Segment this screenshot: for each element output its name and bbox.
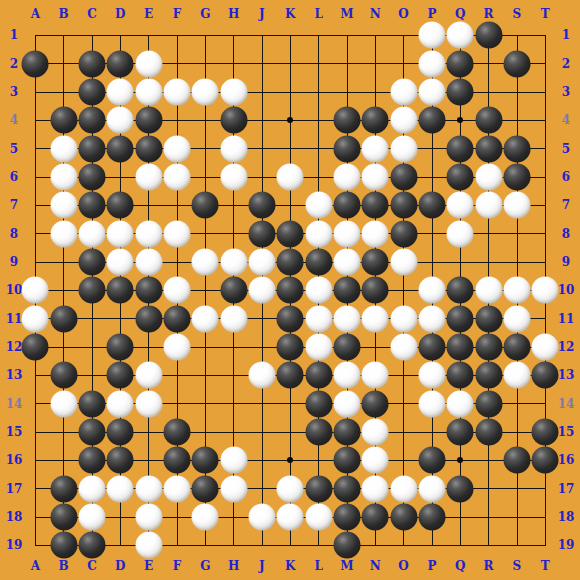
white-stone: [503, 305, 530, 332]
black-stone: [503, 50, 530, 77]
black-stone: [107, 192, 134, 219]
row-label-right: 14: [558, 398, 575, 410]
black-stone: [333, 532, 360, 559]
black-stone: [107, 362, 134, 389]
column-label-top: J: [259, 8, 265, 20]
white-stone: [418, 277, 445, 304]
white-stone: [532, 277, 559, 304]
white-stone: [78, 503, 105, 530]
row-label-left: 18: [6, 511, 23, 523]
white-stone: [362, 418, 389, 445]
black-stone: [135, 277, 162, 304]
black-stone: [107, 418, 134, 445]
row-label-right: 7: [562, 199, 570, 211]
white-stone: [135, 503, 162, 530]
black-stone: [163, 447, 190, 474]
black-stone: [333, 192, 360, 219]
black-stone: [163, 418, 190, 445]
column-label-top: O: [398, 8, 408, 20]
black-stone: [475, 390, 502, 417]
white-stone: [305, 503, 332, 530]
black-stone: [390, 220, 417, 247]
row-label-left: 14: [6, 398, 23, 410]
black-stone: [107, 277, 134, 304]
black-stone: [277, 220, 304, 247]
white-stone: [248, 503, 275, 530]
column-label-top: P: [427, 8, 436, 20]
row-label-right: 13: [558, 369, 575, 381]
black-stone: [447, 78, 474, 105]
row-label-left: 5: [10, 143, 18, 155]
white-stone: [333, 390, 360, 417]
white-stone: [107, 220, 134, 247]
black-stone: [305, 475, 332, 502]
black-stone: [447, 277, 474, 304]
row-label-left: 1: [10, 29, 18, 41]
white-stone: [220, 475, 247, 502]
white-stone: [532, 333, 559, 360]
black-stone: [277, 305, 304, 332]
column-label-top: N: [370, 8, 381, 20]
black-stone: [503, 163, 530, 190]
column-label-top: D: [115, 8, 125, 20]
black-stone: [220, 107, 247, 134]
star-point: [457, 457, 463, 463]
column-label-top: E: [144, 8, 153, 20]
white-stone: [248, 248, 275, 275]
black-stone: [277, 333, 304, 360]
white-stone: [248, 277, 275, 304]
white-stone: [503, 362, 530, 389]
black-stone: [333, 277, 360, 304]
column-label-bottom: S: [513, 560, 522, 572]
column-label-top: R: [484, 8, 494, 20]
white-stone: [447, 220, 474, 247]
black-stone: [78, 248, 105, 275]
black-stone: [78, 192, 105, 219]
white-stone: [277, 503, 304, 530]
white-stone: [333, 362, 360, 389]
black-stone: [107, 50, 134, 77]
row-label-right: 5: [562, 143, 570, 155]
black-stone: [305, 418, 332, 445]
column-label-bottom: O: [398, 560, 408, 572]
row-label-right: 2: [562, 58, 570, 70]
black-stone: [50, 107, 77, 134]
column-label-top: B: [59, 8, 69, 20]
column-label-bottom: G: [200, 560, 210, 572]
white-stone: [135, 50, 162, 77]
black-stone: [135, 305, 162, 332]
white-stone: [418, 390, 445, 417]
column-label-top: F: [173, 8, 182, 20]
black-stone: [78, 277, 105, 304]
black-stone: [333, 447, 360, 474]
row-label-left: 9: [10, 256, 18, 268]
column-label-top: L: [314, 8, 322, 20]
black-stone: [475, 418, 502, 445]
black-stone: [362, 277, 389, 304]
black-stone: [390, 163, 417, 190]
row-label-right: 12: [558, 341, 575, 353]
black-stone: [50, 305, 77, 332]
column-label-bottom: M: [340, 560, 353, 572]
row-label-right: 3: [562, 86, 570, 98]
row-label-left: 13: [6, 369, 23, 381]
white-stone: [220, 248, 247, 275]
black-stone: [248, 220, 275, 247]
white-stone: [50, 192, 77, 219]
white-stone: [220, 163, 247, 190]
row-label-right: 9: [562, 256, 570, 268]
white-stone: [220, 305, 247, 332]
black-stone: [333, 503, 360, 530]
black-stone: [532, 447, 559, 474]
white-stone: [163, 135, 190, 162]
black-stone: [532, 362, 559, 389]
white-stone: [333, 305, 360, 332]
black-stone: [447, 333, 474, 360]
column-label-bottom: C: [87, 560, 97, 572]
white-stone: [447, 22, 474, 49]
white-stone: [447, 390, 474, 417]
white-stone: [220, 78, 247, 105]
white-stone: [135, 220, 162, 247]
black-stone: [532, 418, 559, 445]
black-stone: [22, 333, 49, 360]
row-label-left: 15: [6, 426, 23, 438]
column-label-bottom: B: [59, 560, 69, 572]
black-stone: [362, 248, 389, 275]
star-point: [457, 117, 463, 123]
white-stone: [277, 163, 304, 190]
black-stone: [475, 135, 502, 162]
column-label-top: T: [541, 8, 550, 20]
white-stone: [277, 475, 304, 502]
white-stone: [475, 192, 502, 219]
white-stone: [390, 333, 417, 360]
black-stone: [78, 390, 105, 417]
column-label-bottom: J: [259, 560, 265, 572]
black-stone: [418, 107, 445, 134]
black-stone: [107, 447, 134, 474]
column-label-top: C: [87, 8, 97, 20]
column-label-bottom: L: [314, 560, 322, 572]
white-stone: [305, 333, 332, 360]
black-stone: [50, 503, 77, 530]
white-stone: [50, 220, 77, 247]
black-stone: [22, 50, 49, 77]
row-label-right: 10: [558, 284, 575, 296]
column-label-bottom: N: [370, 560, 381, 572]
white-stone: [135, 362, 162, 389]
white-stone: [305, 277, 332, 304]
column-label-bottom: A: [31, 560, 40, 572]
black-stone: [475, 362, 502, 389]
black-stone: [107, 135, 134, 162]
black-stone: [475, 333, 502, 360]
black-stone: [418, 503, 445, 530]
white-stone: [50, 163, 77, 190]
black-stone: [447, 418, 474, 445]
black-stone: [50, 532, 77, 559]
black-stone: [362, 503, 389, 530]
black-stone: [362, 107, 389, 134]
white-stone: [305, 192, 332, 219]
column-label-bottom: F: [173, 560, 182, 572]
row-label-right: 15: [558, 426, 575, 438]
white-stone: [107, 475, 134, 502]
white-stone: [362, 220, 389, 247]
white-stone: [135, 532, 162, 559]
white-stone: [22, 305, 49, 332]
white-stone: [390, 305, 417, 332]
column-label-bottom: K: [285, 560, 295, 572]
white-stone: [362, 135, 389, 162]
white-stone: [135, 78, 162, 105]
white-stone: [107, 78, 134, 105]
white-stone: [333, 248, 360, 275]
white-stone: [362, 305, 389, 332]
black-stone: [418, 192, 445, 219]
white-stone: [390, 78, 417, 105]
white-stone: [362, 475, 389, 502]
row-label-left: 19: [6, 539, 23, 551]
row-label-right: 18: [558, 511, 575, 523]
row-label-left: 16: [6, 454, 23, 466]
white-stone: [163, 277, 190, 304]
column-label-top: A: [31, 8, 40, 20]
row-label-right: 11: [558, 313, 575, 325]
white-stone: [163, 333, 190, 360]
white-stone: [390, 107, 417, 134]
white-stone: [362, 447, 389, 474]
white-stone: [78, 220, 105, 247]
black-stone: [135, 135, 162, 162]
black-stone: [192, 192, 219, 219]
white-stone: [418, 362, 445, 389]
white-stone: [390, 248, 417, 275]
black-stone: [333, 135, 360, 162]
white-stone: [192, 78, 219, 105]
column-label-bottom: T: [541, 560, 550, 572]
row-label-right: 1: [562, 29, 570, 41]
white-stone: [503, 277, 530, 304]
white-stone: [107, 248, 134, 275]
column-label-bottom: D: [115, 560, 125, 572]
black-stone: [447, 305, 474, 332]
white-stone: [475, 163, 502, 190]
white-stone: [248, 362, 275, 389]
white-stone: [418, 22, 445, 49]
white-stone: [22, 277, 49, 304]
row-label-left: 6: [10, 171, 18, 183]
black-stone: [107, 333, 134, 360]
black-stone: [78, 418, 105, 445]
white-stone: [163, 78, 190, 105]
black-stone: [78, 50, 105, 77]
column-label-bottom: Q: [455, 560, 465, 572]
white-stone: [305, 305, 332, 332]
black-stone: [475, 22, 502, 49]
white-stone: [107, 107, 134, 134]
white-stone: [475, 277, 502, 304]
black-stone: [305, 248, 332, 275]
white-stone: [135, 248, 162, 275]
row-label-left: 7: [10, 199, 18, 211]
black-stone: [362, 390, 389, 417]
column-label-bottom: E: [144, 560, 153, 572]
star-point: [287, 117, 293, 123]
white-stone: [192, 305, 219, 332]
black-stone: [333, 418, 360, 445]
black-stone: [192, 447, 219, 474]
white-stone: [418, 50, 445, 77]
black-stone: [390, 503, 417, 530]
black-stone: [503, 447, 530, 474]
row-label-right: 8: [562, 228, 570, 240]
go-board: AABBCCDDEEFFGGHHJJKKLLMMNNOOPPQQRRSSTT11…: [0, 0, 580, 580]
black-stone: [447, 135, 474, 162]
white-stone: [163, 475, 190, 502]
black-stone: [447, 362, 474, 389]
black-stone: [78, 163, 105, 190]
white-stone: [192, 248, 219, 275]
white-stone: [447, 192, 474, 219]
black-stone: [305, 390, 332, 417]
black-stone: [362, 192, 389, 219]
black-stone: [503, 333, 530, 360]
row-label-left: 3: [10, 86, 18, 98]
white-stone: [333, 220, 360, 247]
row-label-right: 19: [558, 539, 575, 551]
white-stone: [135, 390, 162, 417]
black-stone: [333, 475, 360, 502]
black-stone: [418, 333, 445, 360]
white-stone: [362, 362, 389, 389]
black-stone: [447, 163, 474, 190]
black-stone: [135, 107, 162, 134]
black-stone: [220, 277, 247, 304]
black-stone: [78, 532, 105, 559]
column-label-top: Q: [455, 8, 465, 20]
white-stone: [78, 475, 105, 502]
black-stone: [503, 135, 530, 162]
white-stone: [390, 475, 417, 502]
white-stone: [50, 135, 77, 162]
row-label-left: 12: [6, 341, 23, 353]
row-label-left: 11: [6, 313, 23, 325]
white-stone: [135, 163, 162, 190]
black-stone: [475, 107, 502, 134]
white-stone: [418, 475, 445, 502]
black-stone: [305, 362, 332, 389]
black-stone: [78, 447, 105, 474]
black-stone: [78, 78, 105, 105]
column-label-top: M: [340, 8, 353, 20]
white-stone: [220, 447, 247, 474]
black-stone: [50, 475, 77, 502]
black-stone: [248, 192, 275, 219]
white-stone: [503, 192, 530, 219]
white-stone: [418, 78, 445, 105]
black-stone: [277, 362, 304, 389]
black-stone: [277, 248, 304, 275]
black-stone: [390, 192, 417, 219]
black-stone: [447, 50, 474, 77]
row-label-left: 10: [6, 284, 23, 296]
row-label-left: 4: [10, 114, 18, 126]
black-stone: [192, 475, 219, 502]
black-stone: [277, 277, 304, 304]
row-label-right: 17: [558, 483, 575, 495]
white-stone: [390, 135, 417, 162]
white-stone: [305, 220, 332, 247]
black-stone: [418, 447, 445, 474]
black-stone: [333, 333, 360, 360]
white-stone: [192, 503, 219, 530]
black-stone: [78, 135, 105, 162]
white-stone: [220, 135, 247, 162]
white-stone: [163, 220, 190, 247]
column-label-top: G: [200, 8, 210, 20]
column-label-top: S: [513, 8, 522, 20]
row-label-right: 16: [558, 454, 575, 466]
black-stone: [50, 362, 77, 389]
row-label-left: 2: [10, 58, 18, 70]
row-label-right: 6: [562, 171, 570, 183]
white-stone: [418, 305, 445, 332]
column-label-bottom: P: [427, 560, 436, 572]
black-stone: [78, 107, 105, 134]
white-stone: [107, 390, 134, 417]
white-stone: [50, 390, 77, 417]
white-stone: [135, 475, 162, 502]
white-stone: [333, 163, 360, 190]
black-stone: [163, 305, 190, 332]
black-stone: [475, 305, 502, 332]
white-stone: [362, 163, 389, 190]
column-label-bottom: H: [228, 560, 239, 572]
white-stone: [163, 163, 190, 190]
black-stone: [447, 475, 474, 502]
column-label-bottom: R: [484, 560, 494, 572]
column-label-top: K: [285, 8, 295, 20]
row-label-left: 17: [6, 483, 23, 495]
star-point: [287, 457, 293, 463]
row-label-left: 8: [10, 228, 18, 240]
black-stone: [333, 107, 360, 134]
column-label-top: H: [228, 8, 239, 20]
row-label-right: 4: [562, 114, 570, 126]
